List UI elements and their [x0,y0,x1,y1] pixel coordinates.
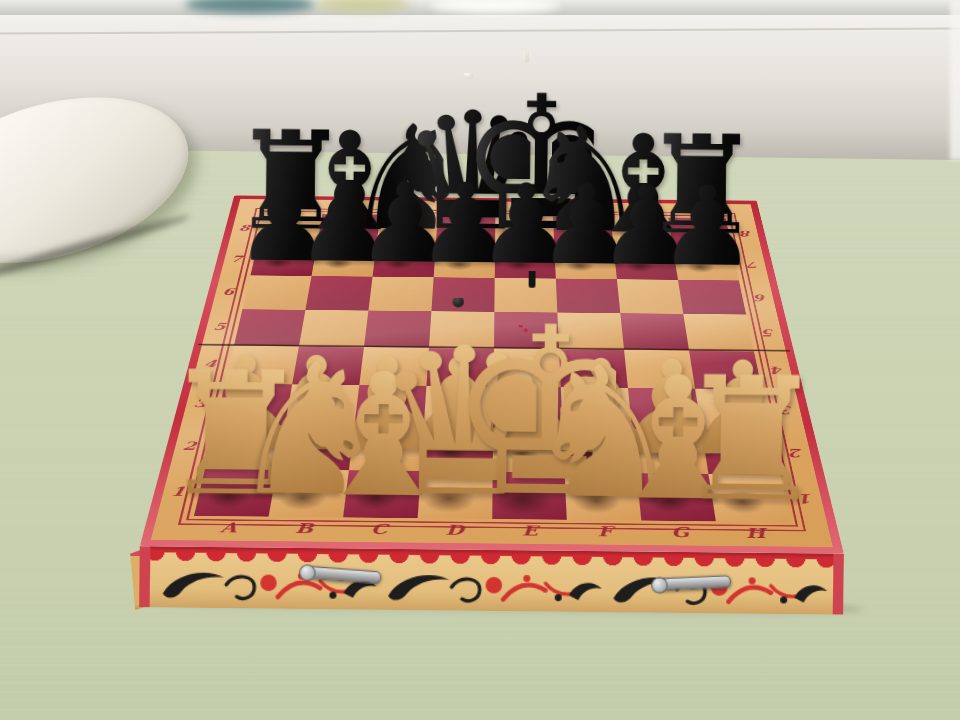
square-c7[interactable] [373,245,436,278]
window-frame-edge [950,0,960,160]
square-b6[interactable] [305,276,372,311]
square-b7[interactable] [311,244,376,277]
square-g7[interactable] [614,247,678,280]
piece-white-rook-h1[interactable]: ♜ [665,334,837,506]
square-e8[interactable] [495,216,554,247]
square-a6[interactable] [242,275,311,310]
chess-board: ABCDEFGH1122334455667788 ♜♝♞♛♚♞♝♜♟♟♟♟♟♟♟… [140,195,844,553]
square-g8[interactable] [611,217,673,248]
square-h6[interactable] [678,280,746,315]
window-sill [0,0,960,15]
box-front-face [139,546,844,614]
front-corner-stripe-right [833,554,844,615]
white-rook-glyph: ♜ [665,353,837,525]
square-a7[interactable] [250,243,317,276]
square-c8[interactable] [376,215,437,246]
sill-reflection-teal [185,0,315,13]
square-h8[interactable] [668,218,732,249]
front-corner-stripe-left [139,546,150,607]
sill-reflection-yellow [315,0,410,12]
square-f8[interactable] [553,216,614,247]
square-d8[interactable] [436,215,496,246]
chess-board-assembly: ABCDEFGH1122334455667788 ♜♝♞♛♚♞♝♜♟♟♟♟♟♟♟… [191,45,797,651]
white-spike-finial [525,35,530,62]
black-spike-finial [528,258,535,288]
square-a8[interactable] [258,213,323,244]
photo-scene: ABCDEFGH1122334455667788 ♜♝♞♛♚♞♝♜♟♟♟♟♟♟♟… [0,0,960,720]
square-b8[interactable] [317,214,380,245]
square-h7[interactable] [673,248,739,281]
sill-reflection-bright [430,0,560,13]
